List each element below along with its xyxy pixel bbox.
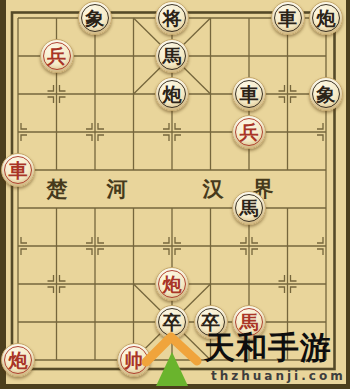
piece-red-soldier[interactable]: 兵 xyxy=(232,115,266,149)
piece-red-soldier[interactable]: 兵 xyxy=(40,39,74,73)
piece-character: 馬 xyxy=(156,40,188,72)
xiangqi-board[interactable]: 楚河汉界 象将車炮兵馬炮車象兵車馬炮卒卒馬炮帅 天和手游 thzhuanji.c… xyxy=(0,0,350,389)
watermark-title: 天和手游 xyxy=(204,331,332,364)
piece-character: 象 xyxy=(79,2,111,34)
piece-red-chariot[interactable]: 車 xyxy=(1,153,35,187)
piece-black-cannon[interactable]: 炮 xyxy=(155,77,189,111)
piece-red-cannon[interactable]: 炮 xyxy=(155,267,189,301)
watermark-url: thzhuanji.com xyxy=(211,369,346,383)
piece-character: 象 xyxy=(310,78,342,110)
piece-black-horse[interactable]: 馬 xyxy=(155,39,189,73)
watermark-house-logo-icon xyxy=(140,330,202,389)
piece-character: 兵 xyxy=(41,40,73,72)
piece-character: 炮 xyxy=(156,78,188,110)
piece-character: 車 xyxy=(233,78,265,110)
piece-character: 兵 xyxy=(233,116,265,148)
piece-black-horse[interactable]: 馬 xyxy=(232,191,266,225)
piece-character: 車 xyxy=(272,2,304,34)
screen-edge-left xyxy=(0,0,6,389)
piece-black-cannon[interactable]: 炮 xyxy=(309,1,343,35)
piece-character: 炮 xyxy=(310,2,342,34)
piece-black-general[interactable]: 将 xyxy=(155,1,189,35)
piece-character: 将 xyxy=(156,2,188,34)
piece-character: 炮 xyxy=(2,344,34,376)
piece-black-elephant[interactable]: 象 xyxy=(309,77,343,111)
piece-character: 車 xyxy=(2,154,34,186)
piece-black-chariot[interactable]: 車 xyxy=(271,1,305,35)
piece-black-chariot[interactable]: 車 xyxy=(232,77,266,111)
piece-black-elephant[interactable]: 象 xyxy=(78,1,112,35)
piece-character: 炮 xyxy=(156,268,188,300)
piece-character: 馬 xyxy=(233,192,265,224)
watermark: 天和手游 thzhuanji.com xyxy=(140,330,350,389)
piece-red-cannon[interactable]: 炮 xyxy=(1,343,35,377)
